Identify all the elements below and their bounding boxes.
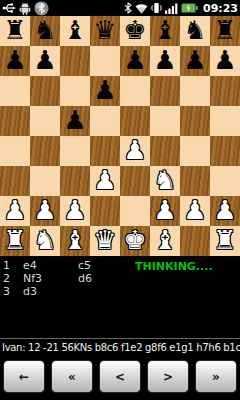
square-c2[interactable]: ♟ [60,196,90,226]
square-b7[interactable]: ♟ [30,46,60,76]
square-e8[interactable]: ♚ [120,16,150,46]
square-e7[interactable]: ♟ [120,46,150,76]
white-king: ♚ [120,226,150,256]
square-f1[interactable]: ♝ [150,226,180,256]
square-c4[interactable] [60,136,90,166]
status-bar: 09:23 [0,0,240,16]
black-pawn: ♟ [90,76,120,106]
square-g2[interactable]: ♟ [180,196,210,226]
white-pawn: ♟ [150,196,180,226]
bluetooth-icon [124,2,132,14]
step-forward-button[interactable]: > [147,360,189,393]
black-pawn: ♟ [150,46,180,76]
navigation-bar: ← « < > » [0,357,240,400]
square-g7[interactable]: ♟ [180,46,210,76]
square-f8[interactable]: ♝ [150,16,180,46]
signal-icon [165,3,178,14]
jump-end-button[interactable]: » [195,360,237,393]
square-a5[interactable] [0,106,30,136]
move-number: 1 [0,259,23,272]
square-g5[interactable] [180,106,210,136]
square-f3[interactable]: ♞ [150,166,180,196]
white-knight: ♞ [30,226,60,256]
square-e2[interactable] [120,196,150,226]
square-d7[interactable] [90,46,120,76]
white-rook: ♜ [210,226,240,256]
square-f7[interactable]: ♟ [150,46,180,76]
square-b5[interactable] [30,106,60,136]
white-bishop: ♝ [150,226,180,256]
square-a2[interactable]: ♟ [0,196,30,226]
black-rook: ♜ [210,16,240,46]
black-pawn: ♟ [180,46,210,76]
square-c5[interactable]: ♟ [60,106,90,136]
move-row-2: 2 Nf3 d6 [0,272,240,285]
square-a7[interactable]: ♟ [0,46,30,76]
step-back-button[interactable]: < [99,360,141,393]
black-pawn: ♟ [60,106,90,136]
move-number: 3 [0,285,23,298]
square-c6[interactable] [60,76,90,106]
move-number: 2 [0,272,23,285]
square-a4[interactable] [0,136,30,166]
black-pawn: ♟ [210,46,240,76]
engine-analysis-line: Ivan: 12 -21 56KNs b8c6 f1e2 g8f6 e1g1 h… [0,338,240,357]
jump-start-button[interactable]: « [51,360,93,393]
square-h1[interactable]: ♜ [210,226,240,256]
square-g4[interactable] [180,136,210,166]
black-move-text: c5 [78,259,138,272]
square-g8[interactable]: ♞ [180,16,210,46]
white-pawn: ♟ [0,196,30,226]
status-bar-right: 09:23 [124,2,238,15]
square-c1[interactable]: ♝ [60,226,90,256]
square-d5[interactable] [90,106,120,136]
square-e3[interactable] [120,166,150,196]
black-king: ♚ [120,16,150,46]
black-pawn: ♟ [0,46,30,76]
android-debug-icon [19,2,31,15]
square-e5[interactable] [120,106,150,136]
white-knight: ♞ [150,166,180,196]
square-a1[interactable]: ♜ [0,226,30,256]
square-h3[interactable] [210,166,240,196]
square-d2[interactable] [90,196,120,226]
black-pawn: ♟ [30,46,60,76]
black-pawn: ♟ [120,46,150,76]
wifi-icon [135,3,148,14]
square-a8[interactable]: ♜ [0,16,30,46]
status-bar-left [2,1,49,16]
white-pawn: ♟ [30,196,60,226]
white-pawn: ♟ [120,136,150,166]
move-list-panel: 1 e4 c5 2 Nf3 d6 3 d3 THINKING.... [0,256,240,338]
square-b3[interactable] [30,166,60,196]
square-c7[interactable] [60,46,90,76]
square-h4[interactable] [210,136,240,166]
square-c3[interactable] [60,166,90,196]
square-b4[interactable] [30,136,60,166]
square-e1[interactable]: ♚ [120,226,150,256]
square-f5[interactable] [150,106,180,136]
white-pawn: ♟ [210,196,240,226]
black-knight: ♞ [180,16,210,46]
vibrate-icon [151,2,162,14]
black-queen: ♛ [90,16,120,46]
square-h6[interactable] [210,76,240,106]
square-g6[interactable] [180,76,210,106]
black-move-text [78,285,138,298]
square-h8[interactable]: ♜ [210,16,240,46]
black-bishop: ♝ [60,16,90,46]
bluetooth-badge-icon [34,1,49,16]
clock: 09:23 [203,2,238,15]
white-pawn: ♟ [60,196,90,226]
square-f6[interactable] [150,76,180,106]
square-b8[interactable]: ♞ [30,16,60,46]
white-pawn: ♟ [90,166,120,196]
square-a3[interactable] [0,166,30,196]
usb-icon [2,2,16,14]
square-e4[interactable]: ♟ [120,136,150,166]
square-d3[interactable]: ♟ [90,166,120,196]
square-d4[interactable] [90,136,120,166]
white-move-text: d3 [23,285,78,298]
black-bishop: ♝ [150,16,180,46]
square-f2[interactable]: ♟ [150,196,180,226]
square-a6[interactable] [0,76,30,106]
square-g1[interactable] [180,226,210,256]
move-row-3: 3 d3 [0,285,240,298]
black-knight: ♞ [30,16,60,46]
square-h2[interactable]: ♟ [210,196,240,226]
chess-app-window: 09:23 ♜♞♝♛♚♝♞♜♟♟♟♟♟♟♟♟♟♟♞♟♟♟♟♟♟♜♞♝♛♚♝♜ 1… [0,0,240,400]
white-queen: ♛ [90,226,120,256]
square-g3[interactable] [180,166,210,196]
undo-button[interactable]: ← [3,360,45,393]
white-pawn: ♟ [180,196,210,226]
square-d8[interactable]: ♛ [90,16,120,46]
chess-board: ♜♞♝♛♚♝♞♜♟♟♟♟♟♟♟♟♟♟♞♟♟♟♟♟♟♜♞♝♛♚♝♜ [0,16,240,256]
square-d6[interactable]: ♟ [90,76,120,106]
white-move-text: Nf3 [23,272,78,285]
square-f4[interactable] [150,136,180,166]
square-d1[interactable]: ♛ [90,226,120,256]
battery-icon [181,3,198,13]
square-c8[interactable]: ♝ [60,16,90,46]
white-bishop: ♝ [60,226,90,256]
square-b6[interactable] [30,76,60,106]
black-move-text: d6 [78,272,138,285]
square-b1[interactable]: ♞ [30,226,60,256]
square-h5[interactable] [210,106,240,136]
white-rook: ♜ [0,226,30,256]
black-rook: ♜ [0,16,30,46]
square-e6[interactable] [120,76,150,106]
square-b2[interactable]: ♟ [30,196,60,226]
square-h7[interactable]: ♟ [210,46,240,76]
white-move-text: e4 [23,259,78,272]
engine-status-text: THINKING.... [135,260,213,273]
